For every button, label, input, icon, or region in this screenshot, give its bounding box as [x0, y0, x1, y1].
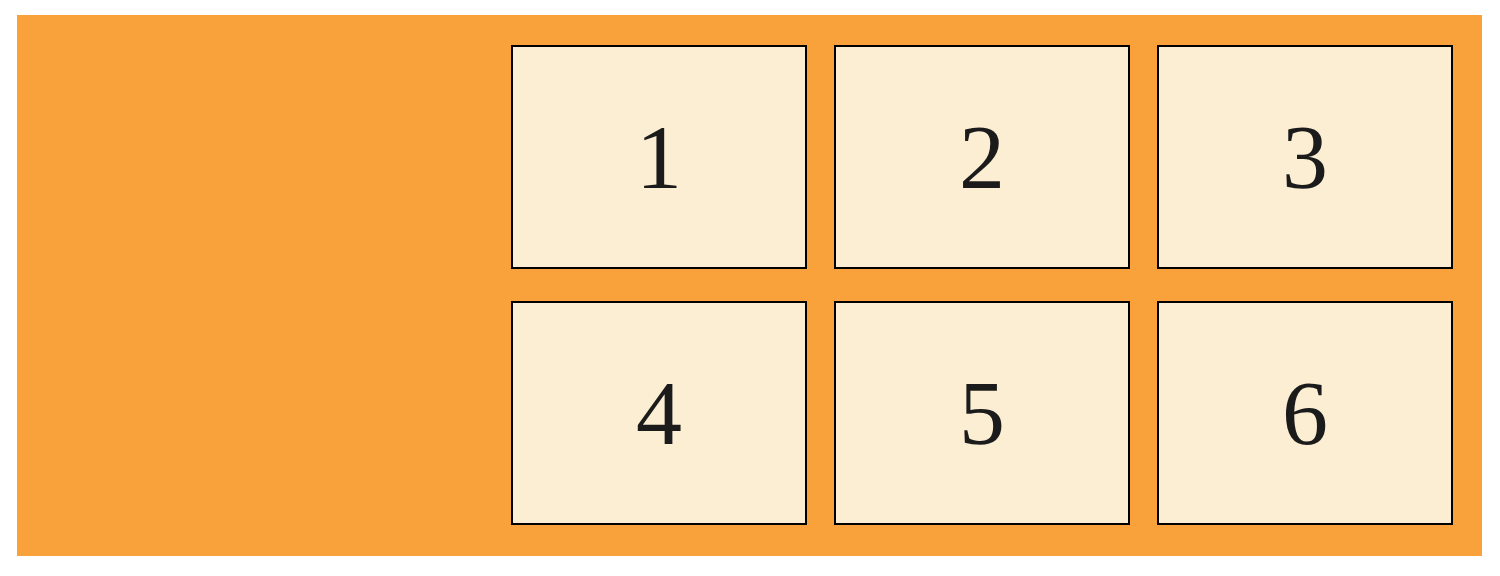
tile-1[interactable]: 1: [511, 45, 807, 269]
page: 1 2 3 4 5 6: [0, 0, 1500, 576]
tile-6[interactable]: 6: [1157, 301, 1453, 525]
tile-3[interactable]: 3: [1157, 45, 1453, 269]
tile-5[interactable]: 5: [834, 301, 1130, 525]
tile-4[interactable]: 4: [511, 301, 807, 525]
orange-grid-container: 1 2 3 4 5 6: [17, 15, 1482, 556]
tile-2[interactable]: 2: [834, 45, 1130, 269]
